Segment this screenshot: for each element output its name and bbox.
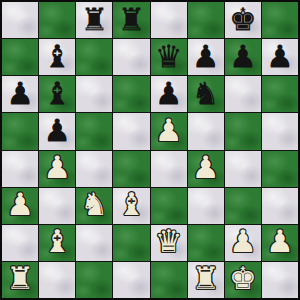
square-f1[interactable]: ♜ [188, 262, 224, 298]
piece-white-pawn: ♟ [266, 226, 294, 257]
square-h8[interactable] [262, 2, 298, 38]
square-a7[interactable] [2, 39, 38, 75]
piece-black-pawn: ♟ [192, 41, 220, 72]
square-d7[interactable] [113, 39, 149, 75]
square-b5[interactable]: ♟ [39, 113, 75, 149]
square-d5[interactable] [113, 113, 149, 149]
square-b8[interactable] [39, 2, 75, 38]
square-g4[interactable] [225, 151, 261, 187]
piece-white-pawn: ♟ [6, 189, 34, 220]
piece-white-rook: ♜ [192, 263, 220, 294]
square-c2[interactable] [76, 225, 112, 261]
piece-white-king: ♚ [229, 263, 257, 294]
piece-white-rook: ♜ [6, 263, 34, 294]
square-f5[interactable] [188, 113, 224, 149]
square-e6[interactable]: ♟ [151, 76, 187, 112]
piece-black-pawn: ♟ [43, 115, 71, 146]
piece-black-king: ♚ [229, 4, 257, 35]
piece-black-pawn: ♟ [266, 41, 294, 72]
piece-white-pawn: ♟ [43, 152, 71, 183]
square-f7[interactable]: ♟ [188, 39, 224, 75]
square-g1[interactable]: ♚ [225, 262, 261, 298]
piece-white-knight: ♞ [80, 189, 108, 220]
square-b1[interactable] [39, 262, 75, 298]
chess-board: ♜♜♚♝♛♟♟♟♟♝♟♞♟♟♟♟♟♞♝♝♛♟♟♜♜♚ [0, 0, 300, 300]
square-d2[interactable] [113, 225, 149, 261]
square-a8[interactable] [2, 2, 38, 38]
square-h7[interactable]: ♟ [262, 39, 298, 75]
square-g8[interactable]: ♚ [225, 2, 261, 38]
square-f4[interactable]: ♟ [188, 151, 224, 187]
square-b7[interactable]: ♝ [39, 39, 75, 75]
square-d4[interactable] [113, 151, 149, 187]
piece-white-bishop: ♝ [43, 226, 71, 257]
square-d1[interactable] [113, 262, 149, 298]
square-h3[interactable] [262, 188, 298, 224]
square-e1[interactable] [151, 262, 187, 298]
piece-black-queen: ♛ [155, 41, 183, 72]
square-g3[interactable] [225, 188, 261, 224]
square-g7[interactable]: ♟ [225, 39, 261, 75]
square-c6[interactable] [76, 76, 112, 112]
square-a3[interactable]: ♟ [2, 188, 38, 224]
square-g6[interactable] [225, 76, 261, 112]
square-f6[interactable]: ♞ [188, 76, 224, 112]
square-a2[interactable] [2, 225, 38, 261]
square-f2[interactable] [188, 225, 224, 261]
square-c5[interactable] [76, 113, 112, 149]
square-d8[interactable]: ♜ [113, 2, 149, 38]
piece-black-pawn: ♟ [229, 41, 257, 72]
square-a5[interactable] [2, 113, 38, 149]
piece-white-queen: ♛ [155, 226, 183, 257]
square-d6[interactable] [113, 76, 149, 112]
square-e7[interactable]: ♛ [151, 39, 187, 75]
piece-white-pawn: ♟ [192, 152, 220, 183]
square-b6[interactable]: ♝ [39, 76, 75, 112]
square-e2[interactable]: ♛ [151, 225, 187, 261]
piece-black-bishop: ♝ [43, 41, 71, 72]
square-c7[interactable] [76, 39, 112, 75]
piece-black-bishop: ♝ [43, 78, 71, 109]
square-h1[interactable] [262, 262, 298, 298]
square-e3[interactable] [151, 188, 187, 224]
square-h2[interactable]: ♟ [262, 225, 298, 261]
piece-white-bishop: ♝ [118, 189, 146, 220]
piece-black-rook: ♜ [118, 4, 146, 35]
square-b2[interactable]: ♝ [39, 225, 75, 261]
board-grid: ♜♜♚♝♛♟♟♟♟♝♟♞♟♟♟♟♟♞♝♝♛♟♟♜♜♚ [2, 2, 298, 298]
square-c8[interactable]: ♜ [76, 2, 112, 38]
piece-black-knight: ♞ [192, 78, 220, 109]
square-h4[interactable] [262, 151, 298, 187]
square-b4[interactable]: ♟ [39, 151, 75, 187]
square-a6[interactable]: ♟ [2, 76, 38, 112]
piece-black-pawn: ♟ [6, 78, 34, 109]
square-h6[interactable] [262, 76, 298, 112]
square-e5[interactable]: ♟ [151, 113, 187, 149]
square-h5[interactable] [262, 113, 298, 149]
piece-white-pawn: ♟ [155, 115, 183, 146]
piece-white-pawn: ♟ [229, 226, 257, 257]
square-d3[interactable]: ♝ [113, 188, 149, 224]
square-g2[interactable]: ♟ [225, 225, 261, 261]
square-e8[interactable] [151, 2, 187, 38]
square-f3[interactable] [188, 188, 224, 224]
square-c3[interactable]: ♞ [76, 188, 112, 224]
piece-black-rook: ♜ [80, 4, 108, 35]
square-f8[interactable] [188, 2, 224, 38]
square-c1[interactable] [76, 262, 112, 298]
square-a4[interactable] [2, 151, 38, 187]
square-c4[interactable] [76, 151, 112, 187]
square-g5[interactable] [225, 113, 261, 149]
square-a1[interactable]: ♜ [2, 262, 38, 298]
square-e4[interactable] [151, 151, 187, 187]
piece-black-pawn: ♟ [155, 78, 183, 109]
square-b3[interactable] [39, 188, 75, 224]
